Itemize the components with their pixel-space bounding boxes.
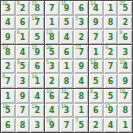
cage-sum-label: 8 [17, 60, 20, 65]
sudoku-box-5: 24561775319284 [45, 45, 88, 88]
cell-digit: 9 [64, 5, 70, 13]
cell-digit: 6 [93, 107, 99, 115]
cell-digit: 7 [64, 122, 70, 130]
sudoku-cell-r3c7[interactable]: 7 [89, 30, 103, 44]
sudoku-cell-r6c3[interactable]: 141 [30, 74, 44, 88]
cell-digit: 1 [20, 34, 26, 42]
sudoku-cell-r4c6[interactable]: 177 [74, 45, 88, 59]
cell-digit: 4 [34, 93, 40, 101]
sudoku-box-4: 14841592856873141 [1, 45, 44, 88]
cell-digit: 1 [5, 93, 11, 101]
cage-sum-label: 15 [31, 1, 36, 6]
cell-digit: 1 [78, 107, 84, 115]
cell-digit: 9 [122, 78, 128, 86]
sudoku-cell-r8c6[interactable]: 1 [74, 104, 88, 118]
sudoku-cell-r6c9[interactable]: 9 [118, 74, 132, 88]
sudoku-cell-r3c9[interactable]: 96 [118, 30, 132, 44]
sudoku-cell-r4c1[interactable]: 148 [1, 45, 15, 59]
cage-sum-label: 16 [119, 89, 124, 94]
sudoku-cell-r2c6[interactable]: 53 [74, 16, 88, 30]
cage-sum-label: 9 [119, 30, 122, 35]
cell-digit: 9 [49, 122, 55, 130]
sudoku-cell-r2c7[interactable]: 9 [89, 16, 103, 30]
cell-digit: 1 [64, 63, 70, 71]
cell-digit: 6 [20, 19, 26, 27]
cell-digit: 2 [5, 63, 11, 71]
cell-digit: 5 [5, 107, 11, 115]
cell-digit: 5 [34, 34, 40, 42]
sudoku-cell-r4c9[interactable]: 3 [118, 45, 132, 59]
sudoku-cell-r6c4[interactable]: 2 [45, 74, 59, 88]
cell-digit: 8 [78, 93, 84, 101]
sudoku-cell-r9c5[interactable]: 7 [60, 118, 74, 132]
cell-digit: 4 [93, 5, 99, 13]
cell-digit: 3 [93, 93, 99, 101]
cell-digit: 4 [64, 34, 70, 42]
cell-digit: 5 [122, 5, 128, 13]
cage-sum-label: 7 [75, 118, 78, 123]
sudoku-cell-r4c2[interactable]: 4 [16, 45, 30, 59]
sudoku-cell-r9c4[interactable]: 169 [45, 118, 59, 132]
cell-digit: 8 [122, 107, 128, 115]
sudoku-cell-r4c4[interactable]: 245 [45, 45, 59, 59]
cell-digit: 2 [93, 122, 99, 130]
cell-digit: 4 [49, 107, 55, 115]
sudoku-cell-r5c4[interactable]: 53 [45, 60, 59, 74]
cage-sum-label: 16 [46, 118, 51, 123]
cage-sum-label: 12 [46, 30, 51, 35]
cell-digit: 4 [5, 19, 11, 27]
sudoku-cell-r1c4[interactable]: 7 [45, 1, 59, 15]
cage-sum-label: 17 [75, 45, 80, 50]
cell-digit: 5 [64, 19, 70, 27]
sudoku-cell-r8c2[interactable]: 7 [16, 104, 30, 118]
cell-digit: 7 [34, 19, 40, 27]
sudoku-cell-r3c4[interactable]: 128 [45, 30, 59, 44]
sudoku-cell-r7c5[interactable]: 102 [60, 89, 74, 103]
sudoku-cell-r3c5[interactable]: 4 [60, 30, 74, 44]
sudoku-cell-r1c9[interactable]: 255 [118, 1, 132, 15]
cage-sum-label: 13 [90, 60, 95, 65]
killer-sudoku-board: 1638215846137961571596155312842144125598… [0, 0, 133, 133]
cell-digit: 7 [5, 78, 11, 86]
sudoku-cell-r3c3[interactable]: 5 [30, 30, 44, 44]
sudoku-cell-r3c6[interactable]: 2 [74, 30, 88, 44]
sudoku-cell-r4c5[interactable]: 6 [60, 45, 74, 59]
cage-sum-label: 10 [61, 104, 66, 109]
sudoku-cell-r9c3[interactable]: 3 [30, 118, 44, 132]
cell-digit: 3 [78, 19, 84, 27]
cage-sum-label: 15 [31, 45, 36, 50]
cage-sum-label: 8 [17, 1, 20, 6]
sudoku-cell-r7c2[interactable]: 9 [16, 89, 30, 103]
sudoku-cell-r6c8[interactable]: 6 [104, 74, 118, 88]
cell-digit: 6 [78, 5, 84, 13]
cage-sum-label: 18 [2, 104, 7, 109]
sudoku-cell-r1c7[interactable]: 144 [89, 1, 103, 15]
cell-digit: 5 [49, 49, 55, 57]
sudoku-cell-r2c8[interactable]: 8 [104, 16, 118, 30]
cage-sum-label: 24 [46, 45, 51, 50]
cell-digit: 9 [78, 63, 84, 71]
cage-sum-label: 14 [90, 1, 95, 6]
sudoku-cell-r1c8[interactable]: 1 [104, 1, 118, 15]
sudoku-cell-r2c2[interactable]: 6 [16, 16, 30, 30]
sudoku-box-3: 14412559827396 [89, 1, 132, 44]
cell-digit: 6 [108, 78, 114, 86]
cell-digit: 2 [34, 107, 40, 115]
sudoku-cell-r7c9[interactable]: 167 [118, 89, 132, 103]
cage-sum-label: 15 [61, 1, 66, 6]
cell-digit: 6 [49, 93, 55, 101]
cell-digit: 1 [34, 78, 40, 86]
cell-digit: 3 [34, 122, 40, 130]
cage-sum-label: 5 [75, 16, 78, 21]
sudoku-box-1: 16382158461379615 [1, 1, 44, 44]
cell-digit: 7 [49, 5, 55, 13]
sudoku-cell-r5c6[interactable]: 9 [74, 60, 88, 74]
cell-digit: 8 [20, 122, 26, 130]
sudoku-cell-r2c4[interactable]: 1 [45, 16, 59, 30]
cell-digit: 1 [108, 5, 114, 13]
cage-sum-label: 9 [105, 45, 108, 50]
cell-digit: 8 [34, 5, 40, 13]
cell-digit: 4 [20, 49, 26, 57]
sudoku-cell-r6c5[interactable]: 8 [60, 74, 74, 88]
cage-sum-label: 8 [90, 89, 93, 94]
cage-sum-label: 25 [119, 1, 124, 6]
sudoku-cell-r4c7[interactable]: 1 [89, 45, 103, 59]
cell-digit: 3 [49, 63, 55, 71]
sudoku-box-9: 83516761398241 [89, 89, 132, 132]
sudoku-cell-r7c7[interactable]: 83 [89, 89, 103, 103]
cage-sum-label: 16 [2, 1, 7, 6]
sudoku-cell-r5c1[interactable]: 2 [1, 60, 15, 74]
cage-sum-label: 5 [46, 60, 49, 65]
sudoku-cell-r5c8[interactable]: 7 [104, 60, 118, 74]
cell-digit: 9 [20, 93, 26, 101]
sudoku-cell-r8c3[interactable]: 132 [30, 104, 44, 118]
sudoku-cell-r9c6[interactable]: 75 [74, 118, 88, 132]
cell-digit: 2 [20, 5, 26, 13]
cell-digit: 7 [93, 34, 99, 42]
cell-digit: 1 [49, 19, 55, 27]
cage-sum-label: 19 [119, 60, 124, 65]
sudoku-cell-r2c5[interactable]: 5 [60, 16, 74, 30]
sudoku-cell-r7c8[interactable]: 5 [104, 89, 118, 103]
sudoku-cell-r2c1[interactable]: 4 [1, 16, 15, 30]
cell-digit: 2 [122, 19, 128, 27]
sudoku-cell-r5c7[interactable]: 138 [89, 60, 103, 74]
sudoku-box-7: 1941857132683 [1, 89, 44, 132]
sudoku-cell-r9c2[interactable]: 8 [16, 118, 30, 132]
sudoku-cell-r1c2[interactable]: 82 [16, 1, 30, 15]
sudoku-cell-r9c8[interactable]: 4 [104, 118, 118, 132]
sudoku-cell-r6c1[interactable]: 87 [1, 74, 15, 88]
sudoku-cell-r9c9[interactable]: 1 [118, 118, 132, 132]
cell-digit: 1 [122, 122, 128, 130]
cage-sum-label: 14 [31, 74, 36, 79]
cell-digit: 9 [5, 34, 11, 42]
cell-digit: 3 [20, 78, 26, 86]
cell-digit: 5 [108, 93, 114, 101]
cell-digit: 1 [93, 49, 99, 57]
cell-digit: 7 [78, 49, 84, 57]
cage-sum-label: 8 [2, 74, 5, 79]
sudoku-cell-r1c3[interactable]: 158 [30, 1, 44, 15]
cell-digit: 2 [49, 78, 55, 86]
cell-digit: 8 [64, 78, 70, 86]
cell-digit: 9 [108, 107, 114, 115]
cell-digit: 7 [108, 63, 114, 71]
cell-digit: 4 [78, 78, 84, 86]
cage-sum-label: 13 [31, 104, 36, 109]
cell-digit: 2 [78, 34, 84, 42]
sudoku-cell-r3c2[interactable]: 61 [16, 30, 30, 44]
cage-sum-label: 13 [31, 16, 36, 21]
sudoku-cell-r1c5[interactable]: 159 [60, 1, 74, 15]
cage-sum-label: 10 [61, 89, 66, 94]
sudoku-cell-r1c1[interactable]: 163 [1, 1, 15, 15]
cell-digit: 4 [122, 63, 128, 71]
sudoku-cell-r7c1[interactable]: 1 [1, 89, 15, 103]
cage-sum-label: 14 [2, 45, 7, 50]
sudoku-cell-r5c2[interactable]: 85 [16, 60, 30, 74]
sudoku-cell-r3c1[interactable]: 9 [1, 30, 15, 44]
sudoku-cell-r4c8[interactable]: 92 [104, 45, 118, 59]
cell-digit: 6 [122, 34, 128, 42]
sudoku-box-8: 106102841031169775 [45, 89, 88, 132]
cell-digit: 8 [108, 19, 114, 27]
cell-digit: 5 [20, 63, 26, 71]
sudoku-cell-r6c6[interactable]: 4 [74, 74, 88, 88]
sudoku-cell-r8c8[interactable]: 139 [104, 104, 118, 118]
sudoku-cell-r8c4[interactable]: 4 [45, 104, 59, 118]
cell-digit: 7 [122, 93, 128, 101]
cell-digit: 2 [64, 93, 70, 101]
sudoku-cell-r8c7[interactable]: 6 [89, 104, 103, 118]
cell-digit: 3 [108, 34, 114, 42]
sudoku-cell-r8c9[interactable]: 8 [118, 104, 132, 118]
cell-digit: 8 [49, 34, 55, 42]
sudoku-cell-r5c9[interactable]: 194 [118, 60, 132, 74]
sudoku-cell-r6c7[interactable]: 5 [89, 74, 103, 88]
cell-digit: 6 [5, 122, 11, 130]
sudoku-cell-r8c5[interactable]: 103 [60, 104, 74, 118]
sudoku-cell-r7c4[interactable]: 106 [45, 89, 59, 103]
cage-sum-label: 6 [17, 30, 20, 35]
sudoku-box-6: 19231387194569 [89, 45, 132, 88]
cell-digit: 6 [34, 63, 40, 71]
cell-digit: 9 [93, 19, 99, 27]
cell-digit: 8 [93, 63, 99, 71]
sudoku-cell-r5c3[interactable]: 6 [30, 60, 44, 74]
cell-digit: 9 [34, 49, 40, 57]
sudoku-cell-r7c3[interactable]: 4 [30, 89, 44, 103]
cell-digit: 7 [20, 107, 26, 115]
cell-digit: 3 [5, 5, 11, 13]
sudoku-cell-r2c3[interactable]: 137 [30, 16, 44, 30]
cage-sum-label: 10 [46, 89, 51, 94]
cell-digit: 6 [64, 49, 70, 57]
cell-digit: 3 [122, 49, 128, 57]
sudoku-cell-r9c7[interactable]: 2 [89, 118, 103, 132]
cell-digit: 2 [108, 49, 114, 57]
cage-sum-label: 13 [105, 104, 110, 109]
sudoku-cell-r8c1[interactable]: 185 [1, 104, 15, 118]
sudoku-cell-r5c5[interactable]: 1 [60, 60, 74, 74]
sudoku-cell-r6c2[interactable]: 3 [16, 74, 30, 88]
sudoku-box-2: 71596155312842 [45, 1, 88, 44]
cell-digit: 3 [64, 107, 70, 115]
sudoku-cell-r9c1[interactable]: 6 [1, 118, 15, 132]
sudoku-cell-r1c6[interactable]: 6 [74, 1, 88, 15]
sudoku-cell-r4c3[interactable]: 159 [30, 45, 44, 59]
sudoku-cell-r7c6[interactable]: 8 [74, 89, 88, 103]
cell-digit: 5 [78, 122, 84, 130]
cell-digit: 4 [108, 122, 114, 130]
sudoku-cell-r2c9[interactable]: 2 [118, 16, 132, 30]
cell-digit: 8 [5, 49, 11, 57]
cell-digit: 5 [93, 78, 99, 86]
sudoku-cell-r3c8[interactable]: 3 [104, 30, 118, 44]
